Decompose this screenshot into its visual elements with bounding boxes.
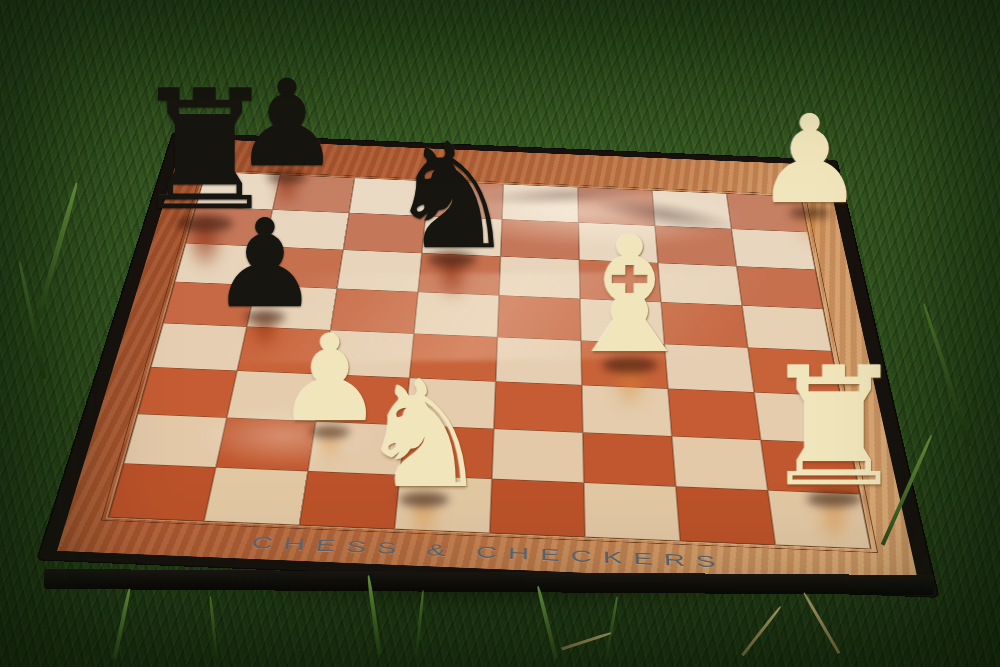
piece-black-knight-d5: ♞ bbox=[387, 123, 518, 269]
square-f1 bbox=[584, 483, 680, 541]
square-g2 bbox=[672, 436, 768, 490]
square-g3 bbox=[668, 389, 761, 440]
square-f2 bbox=[583, 432, 676, 486]
square-e3 bbox=[494, 381, 583, 432]
piece-white-rook-h1: ♜ bbox=[760, 346, 907, 510]
grass-blade bbox=[18, 261, 47, 379]
dry-grass-blade bbox=[561, 632, 611, 651]
grass-blade bbox=[922, 303, 972, 447]
piece-white-bishop-f3: ♝ bbox=[558, 215, 702, 376]
piece-white-pawn-h5: ♟ bbox=[755, 99, 864, 221]
square-e1 bbox=[490, 479, 585, 537]
piece-black-pawn-b8: ♟ bbox=[233, 64, 341, 184]
piece-black-pawn-b4: ♟ bbox=[210, 203, 319, 325]
grass-blade bbox=[36, 182, 79, 318]
piece-white-knight-d1: ♞ bbox=[358, 361, 491, 509]
square-e2 bbox=[492, 429, 584, 483]
